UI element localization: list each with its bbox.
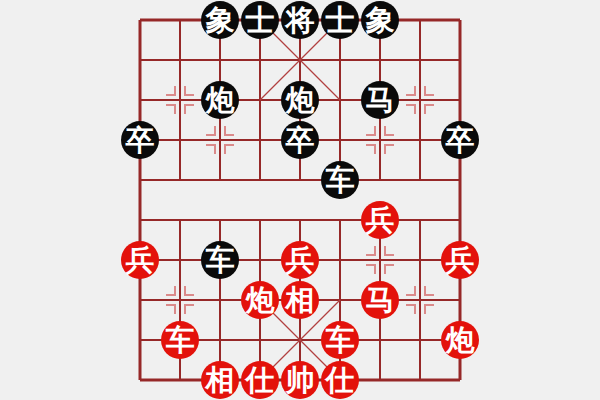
black-soldier[interactable]: 卒 — [441, 121, 479, 159]
black-horse[interactable]: 马 — [361, 81, 399, 119]
red-chariot[interactable]: 车 — [321, 321, 359, 359]
black-advisor[interactable]: 士 — [321, 1, 359, 39]
red-soldier[interactable]: 兵 — [121, 241, 159, 279]
pieces-layer: 象士将士象炮炮马卒卒卒车兵兵车兵兵炮相马车车炮相仕帅仕 — [120, 0, 480, 400]
black-chariot[interactable]: 车 — [321, 161, 359, 199]
black-elephant[interactable]: 象 — [361, 1, 399, 39]
black-soldier[interactable]: 卒 — [281, 121, 319, 159]
black-soldier[interactable]: 卒 — [121, 121, 159, 159]
red-cannon[interactable]: 炮 — [241, 281, 279, 319]
red-soldier[interactable]: 兵 — [361, 201, 399, 239]
black-elephant[interactable]: 象 — [201, 1, 239, 39]
black-cannon[interactable]: 炮 — [281, 81, 319, 119]
xiangqi-board: 象士将士象炮炮马卒卒卒车兵兵车兵兵炮相马车车炮相仕帅仕 — [0, 0, 600, 400]
red-elephant[interactable]: 相 — [281, 281, 319, 319]
red-advisor[interactable]: 仕 — [241, 361, 279, 399]
red-soldier[interactable]: 兵 — [441, 241, 479, 279]
black-advisor[interactable]: 士 — [241, 1, 279, 39]
red-cannon[interactable]: 炮 — [441, 321, 479, 359]
black-general[interactable]: 将 — [281, 1, 319, 39]
red-advisor[interactable]: 仕 — [321, 361, 359, 399]
red-general[interactable]: 帅 — [281, 361, 319, 399]
red-elephant[interactable]: 相 — [201, 361, 239, 399]
red-chariot[interactable]: 车 — [161, 321, 199, 359]
red-horse[interactable]: 马 — [361, 281, 399, 319]
black-cannon[interactable]: 炮 — [201, 81, 239, 119]
black-chariot[interactable]: 车 — [201, 241, 239, 279]
red-soldier[interactable]: 兵 — [281, 241, 319, 279]
